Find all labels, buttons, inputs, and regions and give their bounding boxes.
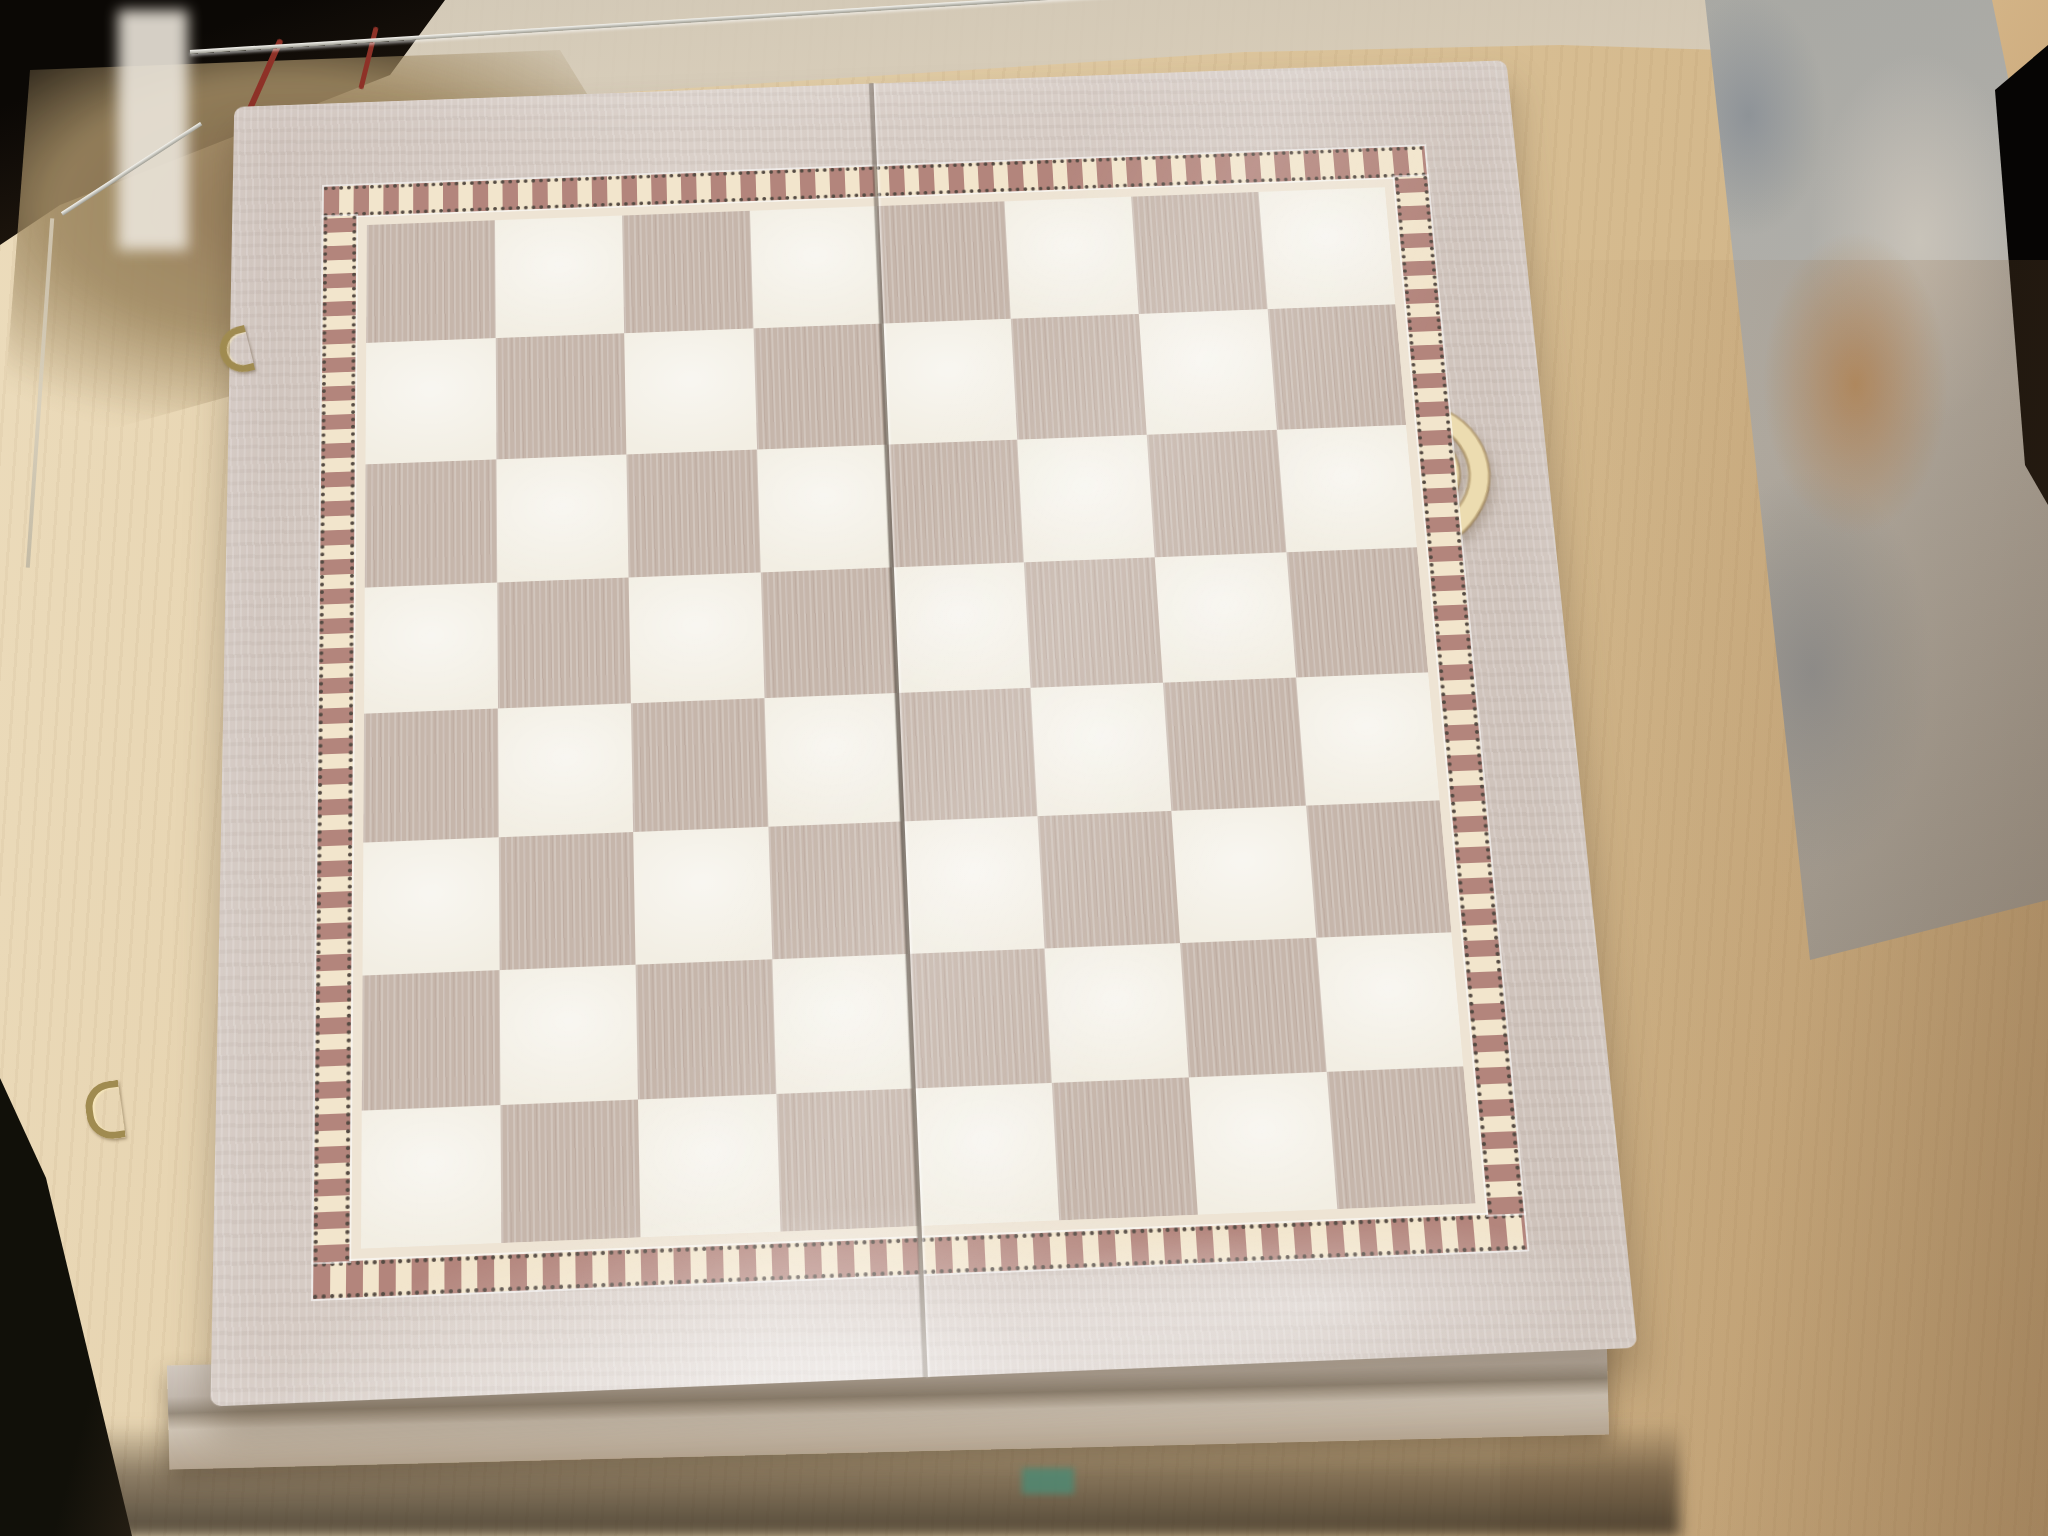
square-a4[interactable]	[363, 708, 498, 842]
square-h2[interactable]	[1316, 932, 1464, 1072]
square-b5[interactable]	[497, 577, 631, 708]
square-e5[interactable]	[892, 562, 1030, 693]
background-pillar-blur	[118, 10, 188, 250]
square-g5[interactable]	[1155, 552, 1296, 683]
square-b6[interactable]	[496, 454, 629, 582]
square-c7[interactable]	[624, 329, 756, 454]
square-c8[interactable]	[622, 211, 753, 334]
square-b2[interactable]	[499, 964, 638, 1105]
square-f7[interactable]	[1010, 314, 1146, 439]
square-a8[interactable]	[366, 220, 495, 343]
square-a7[interactable]	[366, 338, 496, 464]
square-b4[interactable]	[498, 703, 634, 837]
square-e7[interactable]	[882, 319, 1017, 444]
square-f2[interactable]	[1044, 943, 1189, 1083]
square-a2[interactable]	[362, 970, 500, 1111]
square-g1[interactable]	[1189, 1072, 1337, 1215]
square-e4[interactable]	[897, 688, 1037, 822]
square-d8[interactable]	[749, 206, 881, 329]
square-b8[interactable]	[495, 216, 625, 339]
square-h7[interactable]	[1267, 305, 1406, 430]
square-c2[interactable]	[636, 959, 776, 1099]
square-g4[interactable]	[1163, 678, 1306, 812]
square-g2[interactable]	[1180, 937, 1326, 1077]
square-e8[interactable]	[877, 201, 1011, 323]
square-f8[interactable]	[1004, 197, 1139, 319]
square-d6[interactable]	[757, 444, 892, 572]
square-h1[interactable]	[1326, 1066, 1476, 1209]
square-a6[interactable]	[365, 459, 497, 587]
square-b3[interactable]	[498, 832, 635, 969]
reflection-speck	[1022, 1468, 1074, 1494]
square-c5[interactable]	[629, 572, 764, 703]
square-f6[interactable]	[1017, 434, 1155, 562]
square-b7[interactable]	[495, 333, 626, 458]
square-c4[interactable]	[631, 698, 768, 832]
square-f3[interactable]	[1037, 811, 1180, 948]
square-h3[interactable]	[1306, 801, 1452, 938]
square-e2[interactable]	[908, 948, 1051, 1088]
square-g7[interactable]	[1139, 309, 1277, 434]
square-h5[interactable]	[1286, 547, 1428, 678]
latch-hook-icon	[82, 1080, 126, 1142]
square-d3[interactable]	[768, 822, 908, 959]
square-g6[interactable]	[1147, 429, 1286, 557]
square-a3[interactable]	[363, 838, 500, 975]
square-e6[interactable]	[887, 439, 1024, 567]
square-c6[interactable]	[626, 449, 760, 577]
square-a5[interactable]	[364, 582, 497, 713]
square-e3[interactable]	[903, 816, 1045, 953]
board-grid	[361, 187, 1476, 1249]
square-e1[interactable]	[914, 1083, 1059, 1227]
square-d4[interactable]	[764, 693, 902, 827]
square-h8[interactable]	[1258, 187, 1395, 309]
square-c1[interactable]	[638, 1094, 780, 1238]
square-d1[interactable]	[776, 1088, 920, 1232]
square-f5[interactable]	[1023, 557, 1163, 688]
square-d2[interactable]	[772, 953, 914, 1093]
square-g3[interactable]	[1171, 806, 1315, 943]
square-c3[interactable]	[633, 827, 772, 964]
square-f1[interactable]	[1051, 1077, 1198, 1220]
square-d7[interactable]	[753, 324, 887, 449]
photo-scene: ♞♜♛♚	[0, 0, 2048, 1536]
square-a1[interactable]	[361, 1105, 501, 1249]
square-b1[interactable]	[500, 1099, 641, 1243]
square-g8[interactable]	[1131, 192, 1267, 314]
square-d5[interactable]	[760, 567, 897, 698]
square-h6[interactable]	[1276, 424, 1417, 552]
chess-board: ♞♜♛♚	[210, 60, 1637, 1406]
square-f4[interactable]	[1030, 683, 1171, 817]
square-h4[interactable]	[1296, 672, 1440, 805]
